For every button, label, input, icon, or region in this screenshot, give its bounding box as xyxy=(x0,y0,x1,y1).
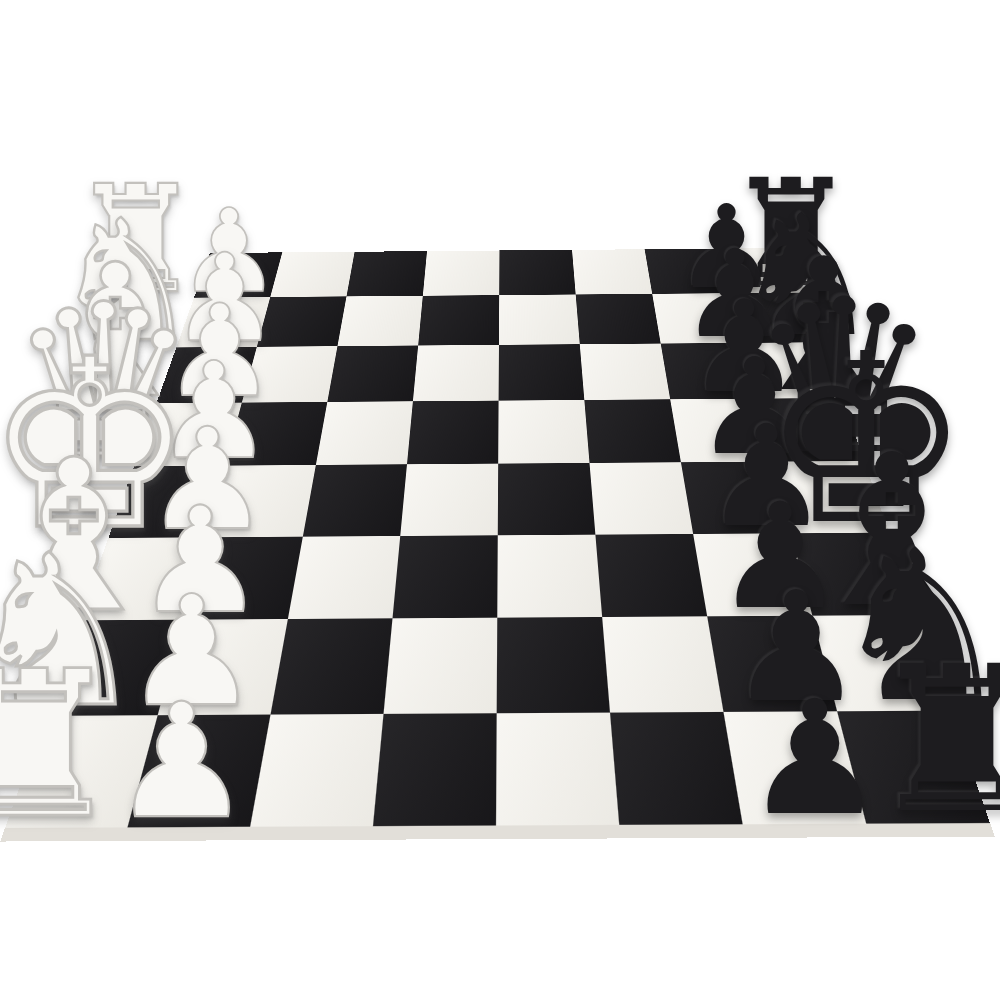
square-b3[interactable] xyxy=(337,296,422,346)
square-d6[interactable] xyxy=(584,399,681,463)
square-e6[interactable] xyxy=(590,462,694,534)
square-f6[interactable] xyxy=(595,534,707,617)
square-a4[interactable] xyxy=(423,251,500,296)
piece-black-rook-h8[interactable]: ♜ xyxy=(867,639,1000,841)
square-d4[interactable] xyxy=(407,401,499,465)
square-f3[interactable] xyxy=(288,536,400,619)
square-c5[interactable] xyxy=(499,344,585,400)
square-d5[interactable] xyxy=(498,400,589,464)
piece-white-pawn-h2[interactable]: ♟ xyxy=(111,682,253,840)
square-a2[interactable] xyxy=(270,252,354,297)
square-b5[interactable] xyxy=(499,294,580,344)
piece-black-pawn-h7[interactable]: ♟ xyxy=(744,679,886,837)
piece-white-rook-h1[interactable]: ♜ xyxy=(0,644,125,846)
square-e5[interactable] xyxy=(498,463,596,535)
square-a6[interactable] xyxy=(572,249,652,294)
square-b4[interactable] xyxy=(418,295,499,345)
square-h3[interactable] xyxy=(250,714,383,827)
square-c4[interactable] xyxy=(413,345,499,401)
square-h6[interactable] xyxy=(610,712,743,825)
square-e4[interactable] xyxy=(400,464,498,536)
product-photo-stage: ♜♞♝♛♚♝♞♜♟♟♟♟♟♟♟♟♟♟♟♟♟♟♟♟♜♞♝♛♚♝♞♜ xyxy=(0,0,1000,1000)
square-e3[interactable] xyxy=(303,464,407,536)
square-b6[interactable] xyxy=(576,294,661,344)
square-g6[interactable] xyxy=(602,616,723,712)
square-a5[interactable] xyxy=(499,250,575,295)
square-g4[interactable] xyxy=(384,618,498,714)
square-h5[interactable] xyxy=(496,713,619,826)
square-f5[interactable] xyxy=(497,535,602,618)
square-g5[interactable] xyxy=(497,617,610,713)
square-c6[interactable] xyxy=(580,344,670,400)
square-a3[interactable] xyxy=(347,251,428,296)
square-d3[interactable] xyxy=(316,401,413,465)
square-h4[interactable] xyxy=(373,713,497,826)
square-f4[interactable] xyxy=(393,535,498,618)
square-g3[interactable] xyxy=(271,618,393,714)
square-c3[interactable] xyxy=(327,345,418,401)
